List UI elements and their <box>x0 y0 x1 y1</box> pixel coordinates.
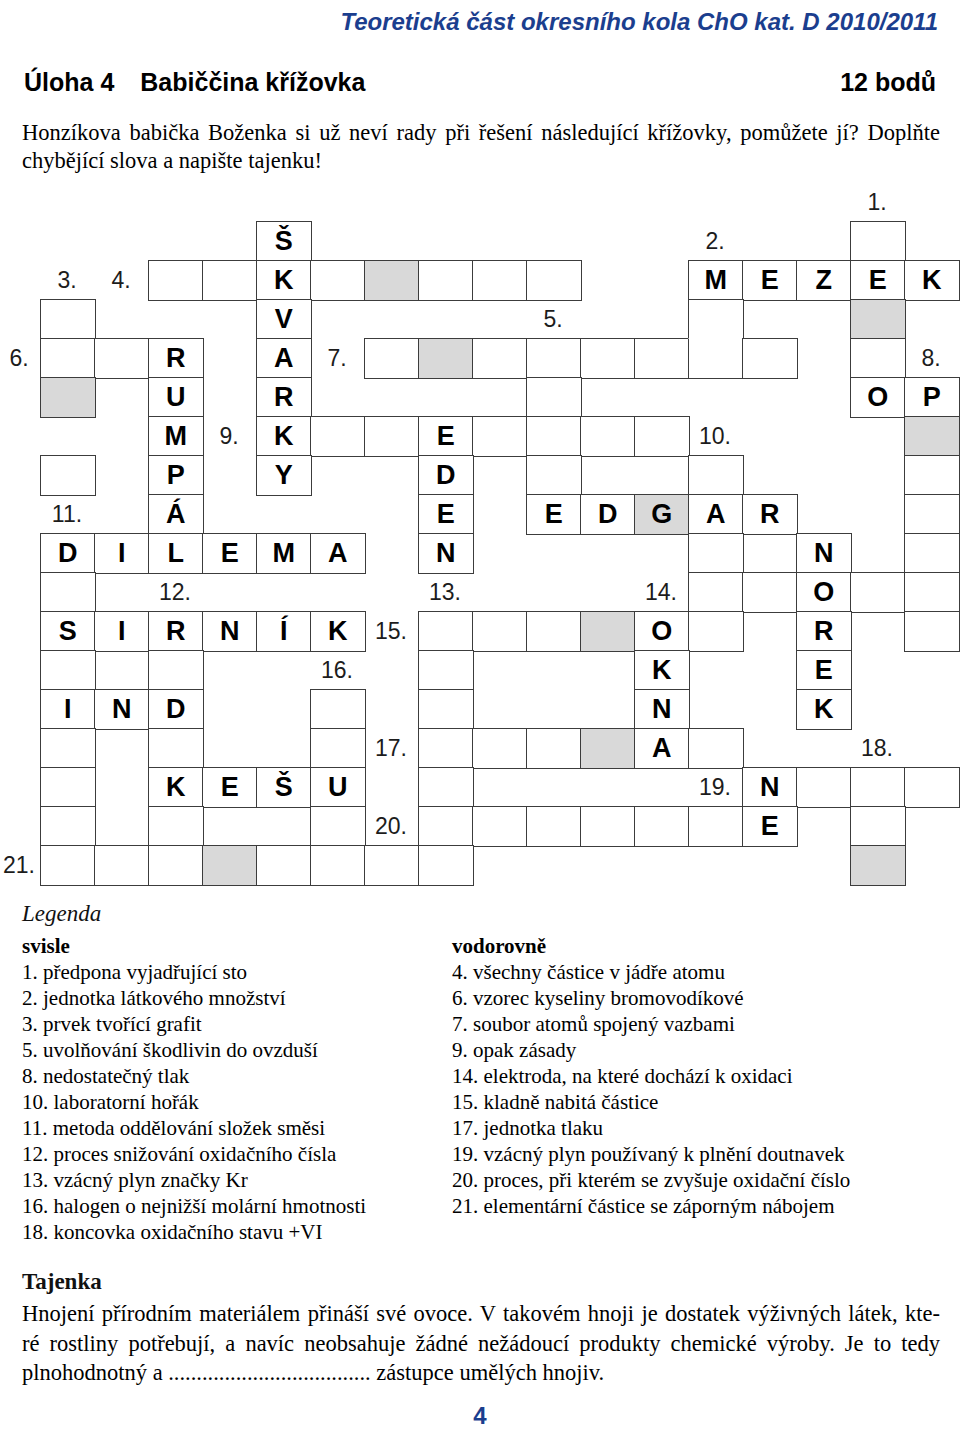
grid-cell <box>850 221 906 262</box>
grid-cell: D <box>40 533 96 574</box>
grid-cell <box>904 533 960 574</box>
grid-cell <box>742 572 798 613</box>
task-title: Babiččina křížovka <box>140 68 365 97</box>
grid-cell <box>418 338 474 379</box>
grid-cell <box>526 611 582 652</box>
intro-paragraph: Honzíkova babička Boženka si už neví rad… <box>22 119 940 175</box>
grid-cell <box>472 806 528 847</box>
grid-cell <box>634 338 690 379</box>
legend-column-horizontal: vodorovně 4. všechny částice v jádře ato… <box>452 933 952 1219</box>
grid-cell: O <box>796 572 852 613</box>
grid-cell <box>688 611 744 652</box>
grid-cell <box>364 260 420 301</box>
clue-number-label: 1. <box>850 182 904 221</box>
grid-cell: S <box>40 611 96 652</box>
grid-cell <box>796 767 852 808</box>
grid-cell <box>364 338 420 379</box>
grid-cell <box>310 416 366 457</box>
legend-item: 12. proces snižování oxidačního čísla <box>22 1141 447 1167</box>
legend-item: 16. halogen o nejnižší molární hmotnosti <box>22 1193 447 1219</box>
grid-cell: M <box>256 533 312 574</box>
grid-cell <box>148 845 204 886</box>
grid-cell: I <box>40 689 96 730</box>
legend-item: 7. soubor atomů spojený vazbami <box>452 1011 952 1037</box>
grid-cell: Y <box>256 455 312 496</box>
grid-cell <box>364 845 420 886</box>
clue-number-label: 17. <box>364 728 418 767</box>
grid-cell <box>94 845 150 886</box>
grid-cell <box>310 845 366 886</box>
grid-cell: K <box>148 767 204 808</box>
grid-cell: U <box>310 767 366 808</box>
page-number: 4 <box>0 1402 960 1430</box>
grid-cell: D <box>418 455 474 496</box>
legend-item: 13. vzácný plyn značky Kr <box>22 1167 447 1193</box>
grid-cell <box>850 299 906 340</box>
grid-cell <box>580 416 636 457</box>
grid-cell <box>202 845 258 886</box>
legend-item: 18. koncovka oxidačního stavu +VI <box>22 1219 447 1245</box>
grid-cell <box>472 338 528 379</box>
grid-cell <box>364 416 420 457</box>
grid-cell: K <box>634 650 690 691</box>
clue-number-label: 5. <box>526 299 580 338</box>
grid-cell: R <box>742 494 798 535</box>
grid-cell <box>40 455 96 496</box>
legend-vertical-header: svisle <box>22 933 447 959</box>
grid-cell <box>148 728 204 769</box>
legend-item: 19. vzácný plyn používaný k plnění doutn… <box>452 1141 952 1167</box>
grid-cell <box>94 338 150 379</box>
grid-cell <box>310 260 366 301</box>
grid-cell: Á <box>148 494 204 535</box>
legend-item: 5. uvolňování škodlivin do ovzduší <box>22 1037 447 1063</box>
grid-cell <box>40 572 96 613</box>
legend-item: 11. metoda oddělování složek směsi <box>22 1115 447 1141</box>
clue-number-label: 2. <box>688 221 742 260</box>
grid-cell <box>526 260 582 301</box>
grid-cell <box>418 650 474 691</box>
grid-cell: K <box>256 416 312 457</box>
grid-cell: A <box>688 494 744 535</box>
grid-cell: E <box>418 416 474 457</box>
grid-cell <box>580 806 636 847</box>
grid-cell <box>40 299 96 340</box>
grid-cell: Z <box>796 260 852 301</box>
grid-cell <box>40 377 96 418</box>
grid-cell <box>418 689 474 730</box>
grid-cell <box>526 806 582 847</box>
grid-cell: D <box>148 689 204 730</box>
grid-cell <box>148 650 204 691</box>
grid-cell: P <box>904 377 960 418</box>
clue-number-label: 12. <box>148 572 202 611</box>
grid-cell <box>688 572 744 613</box>
task-row: Úloha 4 Babiččina křížovka 12 bodů <box>24 68 936 97</box>
text-line: Hnojení přírodním materiálem přináší své… <box>22 1299 940 1329</box>
text-line: plnohodnotný a .........................… <box>22 1358 940 1388</box>
clue-number-label: 3. <box>40 260 94 299</box>
clue-number-label: 9. <box>202 416 256 455</box>
grid-cell: E <box>796 650 852 691</box>
clue-number-label: 20. <box>364 806 418 845</box>
grid-cell: K <box>796 689 852 730</box>
grid-cell <box>580 338 636 379</box>
grid-cell: N <box>742 767 798 808</box>
grid-cell <box>688 728 744 769</box>
grid-cell <box>310 728 366 769</box>
legend-item: 17. jednotka tlaku <box>452 1115 952 1141</box>
grid-cell: I <box>94 611 150 652</box>
grid-cell <box>418 260 474 301</box>
grid-cell: M <box>148 416 204 457</box>
legend-item: 10. laboratorní hořák <box>22 1089 447 1115</box>
grid-cell <box>688 455 744 496</box>
legend-item: 15. kladně nabitá částice <box>452 1089 952 1115</box>
grid-cell <box>850 806 906 847</box>
grid-cell <box>688 338 744 379</box>
grid-cell <box>40 806 96 847</box>
grid-cell: E <box>202 767 258 808</box>
grid-cell <box>526 455 582 496</box>
grid-cell <box>418 806 474 847</box>
grid-cell <box>40 650 96 691</box>
grid-cell <box>904 416 960 457</box>
grid-cell: R <box>796 611 852 652</box>
clue-number-label: 15. <box>364 611 418 650</box>
grid-cell: N <box>418 533 474 574</box>
grid-cell <box>472 260 528 301</box>
grid-cell: L <box>148 533 204 574</box>
legend-item: 8. nedostatečný tlak <box>22 1063 447 1089</box>
grid-cell: E <box>850 260 906 301</box>
grid-cell <box>688 533 744 574</box>
legend-item: 1. předpona vyjadřující sto <box>22 959 447 985</box>
grid-cell: E <box>742 806 798 847</box>
grid-cell: A <box>310 533 366 574</box>
grid-cell: K <box>256 260 312 301</box>
clue-number-label: 21. <box>0 845 38 884</box>
grid-cell: V <box>256 299 312 340</box>
grid-cell <box>472 611 528 652</box>
text-line: ré rostliny potřebují, a navíc neobsahuj… <box>22 1329 940 1359</box>
legend-horizontal-header: vodorovně <box>452 933 952 959</box>
grid-cell: D <box>580 494 636 535</box>
grid-cell: R <box>148 611 204 652</box>
grid-cell <box>418 611 474 652</box>
clue-number-label: 4. <box>94 260 148 299</box>
tajenka-header: Tajenka <box>22 1269 102 1295</box>
grid-cell <box>40 728 96 769</box>
grid-cell <box>850 338 906 379</box>
grid-cell: N <box>634 689 690 730</box>
legend-title: Legenda <box>22 901 101 927</box>
grid-cell <box>904 572 960 613</box>
legend-item: 21. elementární částice se záporným nábo… <box>452 1193 952 1219</box>
grid-cell: O <box>634 611 690 652</box>
clue-number-label: 18. <box>850 728 904 767</box>
document-page: Teoretická část okresního kola ChO kat. … <box>0 0 960 1455</box>
grid-cell <box>310 689 366 730</box>
grid-cell <box>850 572 906 613</box>
grid-cell: N <box>94 689 150 730</box>
grid-cell <box>310 806 366 847</box>
grid-cell <box>526 338 582 379</box>
grid-cell <box>634 806 690 847</box>
clue-number-label: 7. <box>310 338 364 377</box>
grid-cell <box>148 806 204 847</box>
clue-number-label: 13. <box>418 572 472 611</box>
clue-number-label: 16. <box>310 650 364 689</box>
grid-cell: A <box>634 728 690 769</box>
grid-cell: I <box>94 533 150 574</box>
grid-cell <box>904 455 960 496</box>
grid-cell: K <box>310 611 366 652</box>
grid-cell <box>148 260 204 301</box>
grid-cell <box>580 728 636 769</box>
grid-cell: R <box>256 377 312 418</box>
legend-column-vertical: svisle 1. předpona vyjadřující sto2. jed… <box>22 933 447 1245</box>
grid-cell <box>418 767 474 808</box>
clue-number-label: 19. <box>688 767 742 806</box>
grid-cell <box>634 416 690 457</box>
clue-number-label: 11. <box>40 494 94 533</box>
document-header: Teoretická část okresního kola ChO kat. … <box>340 8 938 36</box>
clue-number-label: 6. <box>0 338 38 377</box>
crossword-grid: ŠKMEZEKVRAUROPMKEPYDÁEEDGARDILEMANNOSIRN… <box>40 221 958 884</box>
grid-cell <box>850 767 906 808</box>
grid-cell: G <box>634 494 690 535</box>
grid-cell: A <box>256 338 312 379</box>
legend-item: 3. prvek tvořící grafit <box>22 1011 447 1037</box>
text-line: chybějící slova a napište tajenku! <box>22 147 940 175</box>
task-label: Úloha 4 <box>24 68 114 97</box>
grid-cell <box>580 611 636 652</box>
grid-cell <box>742 338 798 379</box>
grid-cell <box>688 299 744 340</box>
grid-cell <box>40 767 96 808</box>
grid-cell <box>850 845 906 886</box>
grid-cell: E <box>742 260 798 301</box>
grid-cell: P <box>148 455 204 496</box>
grid-cell <box>202 260 258 301</box>
grid-cell: M <box>688 260 744 301</box>
grid-cell <box>472 416 528 457</box>
grid-cell: E <box>202 533 258 574</box>
grid-cell: Š <box>256 221 312 262</box>
grid-cell <box>418 728 474 769</box>
grid-cell <box>418 845 474 886</box>
grid-cell <box>526 416 582 457</box>
grid-cell <box>526 728 582 769</box>
grid-cell <box>256 845 312 886</box>
grid-cell: E <box>418 494 474 535</box>
text-line: Honzíkova babička Boženka si už neví rad… <box>22 119 940 147</box>
legend-item: 20. proces, při kterém se zvyšuje oxidač… <box>452 1167 952 1193</box>
clue-number-label: 14. <box>634 572 688 611</box>
legend-item: 14. elektroda, na které dochází k oxidac… <box>452 1063 952 1089</box>
grid-cell: Í <box>256 611 312 652</box>
grid-cell: O <box>850 377 906 418</box>
grid-cell <box>472 728 528 769</box>
grid-cell: U <box>148 377 204 418</box>
legend-item: 6. vzorec kyseliny bromovodíkové <box>452 985 952 1011</box>
grid-cell: Š <box>256 767 312 808</box>
grid-cell <box>904 494 960 535</box>
tajenka-paragraph: Hnojení přírodním materiálem přináší své… <box>22 1299 940 1388</box>
grid-cell <box>688 806 744 847</box>
legend-item: 2. jednotka látkového množství <box>22 985 447 1011</box>
grid-cell <box>904 767 960 808</box>
grid-cell: N <box>202 611 258 652</box>
legend-item: 4. všechny částice v jádře atomu <box>452 959 952 985</box>
legend-item: 9. opak zásady <box>452 1037 952 1063</box>
points-badge: 12 bodů <box>840 68 936 97</box>
grid-cell: R <box>148 338 204 379</box>
grid-cell <box>40 845 96 886</box>
clue-number-label: 10. <box>688 416 742 455</box>
grid-cell: N <box>796 533 852 574</box>
grid-cell <box>904 611 960 652</box>
grid-cell <box>40 338 96 379</box>
clue-number-label: 8. <box>904 338 958 377</box>
grid-cell: K <box>904 260 960 301</box>
grid-cell: E <box>526 494 582 535</box>
grid-cell <box>526 377 582 418</box>
